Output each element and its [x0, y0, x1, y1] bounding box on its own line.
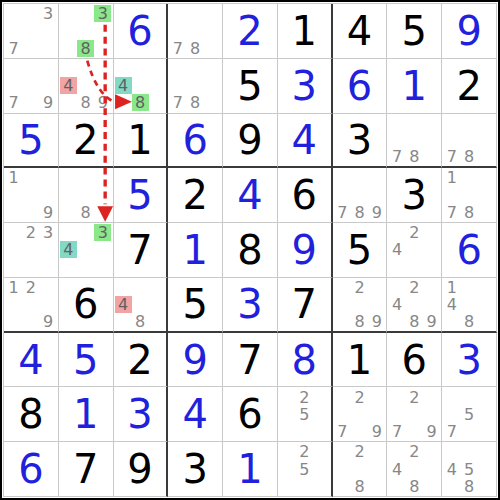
cell-r2c3[interactable]: 48	[114, 59, 169, 114]
candidate: 2	[351, 389, 368, 406]
candidate: 2	[406, 224, 423, 241]
candidate: 7	[389, 148, 406, 165]
solved-digit: 3	[278, 59, 331, 113]
cell-r3c8[interactable]: 78	[387, 114, 442, 169]
candidate: 1	[443, 169, 460, 186]
given-digit: 9	[223, 114, 277, 167]
solved-digit: 1	[387, 59, 441, 113]
candidate-grid: 789	[334, 169, 386, 221]
candidate: 5	[461, 461, 478, 478]
cell-r6c9[interactable]: 148	[442, 278, 497, 333]
cell-r8c4[interactable]: 4	[168, 387, 223, 442]
solved-digit: 1	[59, 387, 113, 441]
candidate-grid: 458	[443, 443, 495, 495]
candidate: 8	[406, 148, 423, 165]
cell-r1c1[interactable]: 37	[4, 4, 59, 59]
cell-r4c7[interactable]: 789	[333, 168, 388, 223]
solved-digit: 6	[4, 442, 58, 496]
chain-candidate-green: 8	[77, 40, 94, 57]
candidate: 7	[443, 204, 460, 221]
candidate-grid: 19	[5, 169, 57, 221]
given-digit: 6	[278, 168, 331, 222]
cell-r2c5[interactable]: 5	[223, 59, 278, 114]
candidate: 4	[389, 296, 406, 313]
chain-candidate-green: 3	[94, 5, 111, 22]
candidate: 8	[187, 40, 204, 57]
given-digit: 2	[168, 168, 222, 222]
cell-r4c9[interactable]: 178	[442, 168, 497, 223]
cell-r9c2[interactable]: 7	[59, 442, 114, 497]
cell-r8c3[interactable]: 3	[114, 387, 169, 442]
candidate-grid: 178	[443, 169, 495, 221]
given-digit: 8	[223, 223, 277, 277]
cell-r9c6[interactable]: 25	[278, 442, 333, 497]
solved-digit: 9	[442, 4, 496, 58]
given-digit: 3	[333, 114, 387, 167]
candidate: 4	[389, 241, 406, 258]
candidate-grid: 24	[388, 224, 440, 276]
given-digit: 4	[333, 4, 387, 58]
cell-r7c9[interactable]: 3	[442, 333, 497, 388]
given-digit: 6	[59, 278, 113, 331]
cell-r9c8[interactable]: 248	[387, 442, 442, 497]
candidate: 2	[351, 279, 368, 296]
cell-r9c7[interactable]: 28	[333, 442, 388, 497]
candidate: 2	[296, 443, 313, 460]
cell-r6c8[interactable]: 2489	[387, 278, 442, 333]
cell-r8c7[interactable]: 279	[333, 387, 388, 442]
candidate: 2	[406, 389, 423, 406]
candidate-grid: 34	[60, 224, 112, 276]
cell-r7c5[interactable]: 7	[223, 333, 278, 388]
candidate-grid: 248	[388, 443, 440, 495]
given-digit: 1	[333, 333, 387, 387]
cell-r2c4[interactable]: 78	[168, 59, 223, 114]
given-digit: 9	[114, 442, 167, 496]
cell-r1c6[interactable]: 1	[278, 4, 333, 59]
given-digit: 1	[114, 114, 167, 167]
cell-r5c3[interactable]: 7	[114, 223, 169, 278]
cell-r7c1[interactable]: 4	[4, 333, 59, 388]
cell-r7c4[interactable]: 9	[168, 333, 223, 388]
given-digit: 6	[223, 387, 277, 441]
cell-r6c1[interactable]: 129	[4, 278, 59, 333]
solved-digit: 6	[114, 4, 167, 58]
solved-digit: 4	[168, 387, 222, 441]
solved-digit: 9	[278, 223, 331, 277]
cell-r6c4[interactable]: 5	[168, 278, 223, 333]
candidate: 9	[94, 94, 111, 111]
candidate-grid: 28	[334, 443, 386, 495]
cell-r5c5[interactable]: 8	[223, 223, 278, 278]
cell-r5c9[interactable]: 6	[442, 223, 497, 278]
cell-r1c9[interactable]: 9	[442, 4, 497, 59]
given-digit: 2	[59, 114, 113, 167]
candidate: 7	[5, 40, 22, 57]
cell-r8c2[interactable]: 1	[59, 387, 114, 442]
chain-candidate-cyan: 4	[115, 77, 132, 94]
solved-digit: 2	[223, 4, 277, 58]
candidate: 9	[368, 204, 385, 221]
cell-r5c7[interactable]: 5	[333, 223, 388, 278]
candidate: 8	[351, 204, 368, 221]
candidate: 3	[40, 5, 57, 22]
solved-digit: 3	[223, 278, 277, 331]
given-digit: 7	[59, 442, 113, 496]
candidate: 4	[443, 296, 460, 313]
candidate-grid: 129	[5, 279, 57, 330]
candidate-grid: 8	[60, 169, 112, 221]
cell-r9c4[interactable]: 3	[168, 442, 223, 497]
candidate-grid: 78	[443, 115, 495, 166]
candidate: 2	[296, 389, 313, 406]
cell-r7c8[interactable]: 6	[387, 333, 442, 388]
solved-digit: 6	[442, 223, 496, 277]
cell-r7c2[interactable]: 5	[59, 333, 114, 388]
candidate-grid: 289	[334, 279, 386, 330]
solved-digit: 3	[442, 333, 496, 387]
cell-r8c5[interactable]: 6	[223, 387, 278, 442]
solved-digit: 8	[278, 333, 331, 387]
candidate-grid: 37	[5, 5, 57, 57]
candidate: 2	[406, 443, 423, 460]
candidate: 8	[351, 313, 368, 330]
solved-digit: 5	[114, 168, 167, 222]
cell-r2c9[interactable]: 2	[442, 59, 497, 114]
given-digit: 8	[4, 387, 58, 441]
cell-r1c2[interactable]: 38	[59, 4, 114, 59]
cell-r2c6[interactable]: 3	[278, 59, 333, 114]
cell-r5c4[interactable]: 1	[168, 223, 223, 278]
cell-r2c2[interactable]: 489	[59, 59, 114, 114]
solved-digit: 4	[278, 114, 331, 167]
cell-r8c9[interactable]: 57	[442, 387, 497, 442]
given-digit: 5	[387, 4, 441, 58]
candidate-grid: 279	[334, 388, 386, 440]
candidate: 8	[406, 478, 423, 495]
candidate: 9	[40, 94, 57, 111]
candidate-grid: 48	[115, 60, 166, 112]
candidate: 2	[406, 279, 423, 296]
given-digit: 5	[223, 59, 277, 113]
candidate: 8	[461, 313, 478, 330]
given-digit: 7	[114, 223, 167, 277]
candidate-grid: 48	[115, 279, 166, 330]
candidate: 1	[5, 169, 22, 186]
chain-candidate-green: 3	[94, 224, 111, 241]
candidate-grid: 38	[60, 5, 112, 57]
candidate: 9	[368, 313, 385, 330]
candidate: 3	[40, 224, 57, 241]
given-digit: 5	[333, 223, 387, 277]
cell-r8c6[interactable]: 25	[278, 387, 333, 442]
cell-r2c8[interactable]: 1	[387, 59, 442, 114]
candidate-grid: 279	[388, 388, 440, 440]
cell-r4c6[interactable]: 6	[278, 168, 333, 223]
solved-digit: 5	[59, 333, 113, 387]
cell-r9c5[interactable]: 1	[223, 442, 278, 497]
cell-r9c1[interactable]: 6	[4, 442, 59, 497]
cell-r8c8[interactable]: 279	[387, 387, 442, 442]
elimination-candidate-red: 4	[60, 77, 77, 94]
given-digit: 3	[387, 168, 441, 222]
candidate: 4	[443, 461, 460, 478]
solved-digit: 1	[168, 223, 222, 277]
cell-r1c4[interactable]: 78	[168, 4, 223, 59]
candidate-grid: 148	[443, 279, 495, 330]
sudoku-grid: 3738678214597948948785361252169437878198…	[3, 3, 497, 497]
given-digit: 7	[278, 278, 331, 331]
candidate: 8	[461, 204, 478, 221]
candidate: 1	[443, 279, 460, 296]
cell-r5c8[interactable]: 24	[387, 223, 442, 278]
cell-r2c7[interactable]: 6	[333, 59, 388, 114]
cell-r4c1[interactable]: 19	[4, 168, 59, 223]
candidate-grid: 78	[388, 115, 440, 166]
candidate: 8	[406, 313, 423, 330]
cell-r3c5[interactable]: 9	[223, 114, 278, 169]
candidate: 7	[334, 423, 351, 440]
candidate-grid: 57	[443, 388, 495, 440]
candidate: 8	[77, 94, 94, 111]
candidate: 7	[334, 204, 351, 221]
cell-r7c3[interactable]: 2	[114, 333, 169, 388]
cell-r6c7[interactable]: 289	[333, 278, 388, 333]
chain-candidate-cyan: 4	[60, 241, 77, 258]
solved-digit: 3	[114, 387, 167, 441]
candidate: 7	[5, 94, 22, 111]
given-digit: 6	[387, 333, 441, 387]
candidate: 7	[389, 423, 406, 440]
solved-digit: 1	[223, 442, 277, 496]
cell-r4c2[interactable]: 8	[59, 168, 114, 223]
candidate: 1	[5, 279, 22, 296]
candidate-grid: 2489	[388, 279, 440, 330]
cell-r3c6[interactable]: 4	[278, 114, 333, 169]
candidate: 8	[461, 148, 478, 165]
candidate: 4	[389, 461, 406, 478]
cell-r4c8[interactable]: 3	[387, 168, 442, 223]
cell-r1c5[interactable]: 2	[223, 4, 278, 59]
solved-digit: 4	[223, 168, 277, 222]
solved-digit: 6	[168, 114, 222, 167]
given-digit: 7	[223, 333, 277, 387]
cell-r4c4[interactable]: 2	[168, 168, 223, 223]
candidate: 9	[368, 423, 385, 440]
candidate: 5	[296, 461, 313, 478]
sudoku-board: 3738678214597948948785361252169437878198…	[0, 0, 500, 500]
candidate-grid: 23	[5, 224, 57, 276]
candidate: 2	[351, 443, 368, 460]
cell-r7c7[interactable]: 1	[333, 333, 388, 388]
candidate: 5	[296, 406, 313, 423]
cell-r1c3[interactable]: 6	[114, 4, 169, 59]
candidate-grid: 489	[60, 60, 112, 112]
given-digit: 5	[168, 278, 222, 331]
chain-candidate-green: 8	[132, 94, 149, 111]
cell-r6c2[interactable]: 6	[59, 278, 114, 333]
cell-r4c5[interactable]: 4	[223, 168, 278, 223]
candidate-grid: 25	[279, 443, 330, 495]
candidate-grid: 79	[5, 60, 57, 112]
cell-r6c5[interactable]: 3	[223, 278, 278, 333]
candidate: 8	[351, 478, 368, 495]
candidate: 5	[461, 406, 478, 423]
candidate: 9	[40, 313, 57, 330]
candidate: 9	[40, 204, 57, 221]
cell-r5c1[interactable]: 23	[4, 223, 59, 278]
given-digit: 2	[442, 59, 496, 113]
candidate: 2	[22, 224, 39, 241]
candidate: 9	[423, 313, 440, 330]
candidate: 8	[461, 478, 478, 495]
candidate-grid: 78	[169, 5, 221, 57]
cell-r6c6[interactable]: 7	[278, 278, 333, 333]
candidate: 8	[187, 94, 204, 111]
elimination-candidate-red: 4	[115, 296, 132, 313]
cell-r6c3[interactable]: 48	[114, 278, 169, 333]
cell-r5c6[interactable]: 9	[278, 223, 333, 278]
cell-r3c3[interactable]: 1	[114, 114, 169, 169]
cell-r4c3[interactable]: 5	[114, 168, 169, 223]
solved-digit: 5	[4, 114, 58, 167]
candidate: 7	[443, 148, 460, 165]
given-digit: 3	[168, 442, 222, 496]
candidate: 9	[423, 423, 440, 440]
cell-r5c2[interactable]: 34	[59, 223, 114, 278]
candidate: 7	[443, 423, 460, 440]
candidate: 8	[77, 204, 94, 221]
cell-r3c9[interactable]: 78	[442, 114, 497, 169]
candidate: 2	[22, 279, 39, 296]
cell-r9c3[interactable]: 9	[114, 442, 169, 497]
solved-digit: 6	[333, 59, 387, 113]
solved-digit: 4	[4, 333, 58, 387]
cell-r3c1[interactable]: 5	[4, 114, 59, 169]
cell-r3c7[interactable]: 3	[333, 114, 388, 169]
cell-r1c7[interactable]: 4	[333, 4, 388, 59]
cell-r2c1[interactable]: 79	[4, 59, 59, 114]
candidate: 8	[132, 313, 149, 330]
cell-r9c9[interactable]: 458	[442, 442, 497, 497]
candidate: 7	[169, 94, 186, 111]
cell-r1c8[interactable]: 5	[387, 4, 442, 59]
cell-r3c4[interactable]: 6	[168, 114, 223, 169]
cell-r7c6[interactable]: 8	[278, 333, 333, 388]
cell-r3c2[interactable]: 2	[59, 114, 114, 169]
given-digit: 2	[114, 333, 167, 387]
candidate-grid: 25	[279, 388, 330, 440]
solved-digit: 9	[168, 333, 222, 387]
candidate: 7	[169, 40, 186, 57]
given-digit: 1	[278, 4, 331, 58]
candidate-grid: 78	[169, 60, 221, 112]
cell-r8c1[interactable]: 8	[4, 387, 59, 442]
